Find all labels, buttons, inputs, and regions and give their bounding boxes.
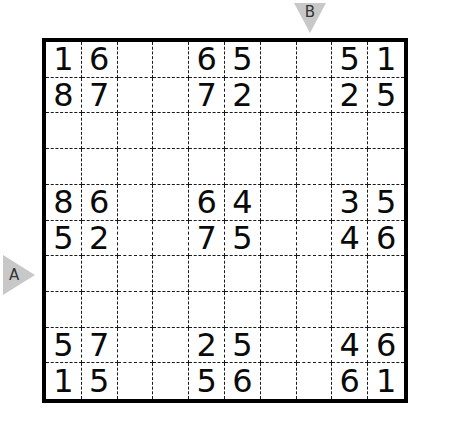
cell-r9c3[interactable] [118,328,154,364]
cell-r2c10: 5 [368,78,404,114]
cell-r5c10: 5 [368,185,404,221]
cell-r4c8[interactable] [297,149,333,185]
cell-r4c10[interactable] [368,149,404,185]
cell-r5c3[interactable] [118,185,154,221]
cell-r6c4[interactable] [153,221,189,257]
cell-r5c9: 3 [332,185,368,221]
cell-r2c7[interactable] [261,78,297,114]
cell-r2c9: 2 [332,78,368,114]
cell-r10c6: 6 [225,363,261,399]
cell-r7c4[interactable] [153,256,189,292]
cell-r7c9[interactable] [332,256,368,292]
cell-r9c8[interactable] [297,328,333,364]
cell-r5c5: 6 [189,185,225,221]
cell-r2c8[interactable] [297,78,333,114]
cell-r7c10[interactable] [368,256,404,292]
cell-r10c10: 1 [368,363,404,399]
cell-r2c2: 7 [82,78,118,114]
cell-r7c6[interactable] [225,256,261,292]
cell-r3c9[interactable] [332,113,368,149]
cell-r6c10: 6 [368,221,404,257]
cell-r9c1: 5 [46,328,82,364]
cell-r8c4[interactable] [153,292,189,328]
cell-r7c5[interactable] [189,256,225,292]
cell-r7c3[interactable] [118,256,154,292]
cell-r6c1: 5 [46,221,82,257]
cell-r8c5[interactable] [189,292,225,328]
cell-r10c5: 5 [189,363,225,399]
puzzle-board: 166551877225866435527546572546155661 [42,38,408,403]
cell-r4c5[interactable] [189,149,225,185]
cell-r1c5: 6 [189,42,225,78]
cell-r8c9[interactable] [332,292,368,328]
cell-r3c1[interactable] [46,113,82,149]
cell-r10c8[interactable] [297,363,333,399]
marker-a-label: A [9,266,19,284]
cell-r2c6: 2 [225,78,261,114]
cell-r1c7[interactable] [261,42,297,78]
cell-r9c9: 4 [332,328,368,364]
cell-r6c7[interactable] [261,221,297,257]
cell-r5c7[interactable] [261,185,297,221]
cell-r9c4[interactable] [153,328,189,364]
cell-r10c9: 6 [332,363,368,399]
cell-r9c7[interactable] [261,328,297,364]
cell-r1c4[interactable] [153,42,189,78]
cell-r3c10[interactable] [368,113,404,149]
cell-r4c1[interactable] [46,149,82,185]
cell-r4c2[interactable] [82,149,118,185]
cell-r8c10[interactable] [368,292,404,328]
cell-r3c2[interactable] [82,113,118,149]
cell-r4c4[interactable] [153,149,189,185]
puzzle-grid: 166551877225866435527546572546155661 [46,42,404,399]
cell-r7c8[interactable] [297,256,333,292]
cell-r8c7[interactable] [261,292,297,328]
cell-r8c2[interactable] [82,292,118,328]
cell-r2c1: 8 [46,78,82,114]
cell-r3c7[interactable] [261,113,297,149]
cell-r1c2: 6 [82,42,118,78]
cell-r10c7[interactable] [261,363,297,399]
cell-r4c6[interactable] [225,149,261,185]
cell-r9c2: 7 [82,328,118,364]
cell-r5c4[interactable] [153,185,189,221]
cell-r9c6: 5 [225,328,261,364]
cell-r5c6: 4 [225,185,261,221]
cell-r10c4[interactable] [153,363,189,399]
cell-r8c6[interactable] [225,292,261,328]
cell-r6c2: 2 [82,221,118,257]
cell-r1c1: 1 [46,42,82,78]
cell-r6c6: 5 [225,221,261,257]
cell-r1c8[interactable] [297,42,333,78]
cell-r8c3[interactable] [118,292,154,328]
cell-r10c1: 1 [46,363,82,399]
cell-r7c1[interactable] [46,256,82,292]
cell-r3c8[interactable] [297,113,333,149]
cell-r7c7[interactable] [261,256,297,292]
cell-r5c2: 6 [82,185,118,221]
cell-r6c9: 4 [332,221,368,257]
cell-r6c8[interactable] [297,221,333,257]
cell-r2c4[interactable] [153,78,189,114]
cell-r3c5[interactable] [189,113,225,149]
cell-r1c6: 5 [225,42,261,78]
cell-r3c4[interactable] [153,113,189,149]
cell-r7c2[interactable] [82,256,118,292]
cell-r6c5: 7 [189,221,225,257]
cell-r10c3[interactable] [118,363,154,399]
cell-r5c1: 8 [46,185,82,221]
marker-a: A [3,255,35,295]
cell-r10c2: 5 [82,363,118,399]
marker-b-label: B [305,3,315,21]
cell-r2c3[interactable] [118,78,154,114]
cell-r4c3[interactable] [118,149,154,185]
cell-r2c5: 7 [189,78,225,114]
cell-r9c5: 2 [189,328,225,364]
cell-r4c9[interactable] [332,149,368,185]
cell-r5c8[interactable] [297,185,333,221]
cell-r8c1[interactable] [46,292,82,328]
cell-r6c3[interactable] [118,221,154,257]
puzzle-stage: B A 166551877225866435527546572546155661 [0,0,449,438]
cell-r1c3[interactable] [118,42,154,78]
cell-r9c10: 6 [368,328,404,364]
cell-r3c3[interactable] [118,113,154,149]
cell-r4c7[interactable] [261,149,297,185]
cell-r1c9: 5 [332,42,368,78]
cell-r8c8[interactable] [297,292,333,328]
cell-r3c6[interactable] [225,113,261,149]
cell-r1c10: 1 [368,42,404,78]
marker-b: B [294,3,326,33]
